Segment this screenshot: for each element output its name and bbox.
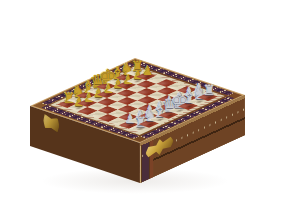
piece-silver-rook[interactable]: ♜ bbox=[199, 83, 219, 97]
brass-clasp bbox=[43, 113, 59, 132]
piece-gold-pawn[interactable]: ♟ bbox=[138, 65, 158, 77]
chess-box-top: ♜♞♝♛♚♝♞♜♟♟♟♟♟♟♟♟♟♟♟♟♟♟♟♟♜♞♝♛♚♝♞♜ bbox=[30, 58, 245, 143]
product-photo-scene: ♜♞♝♛♚♝♞♜♟♟♟♟♟♟♟♟♟♟♟♟♟♟♟♟♜♞♝♛♚♝♞♜ bbox=[0, 0, 288, 216]
